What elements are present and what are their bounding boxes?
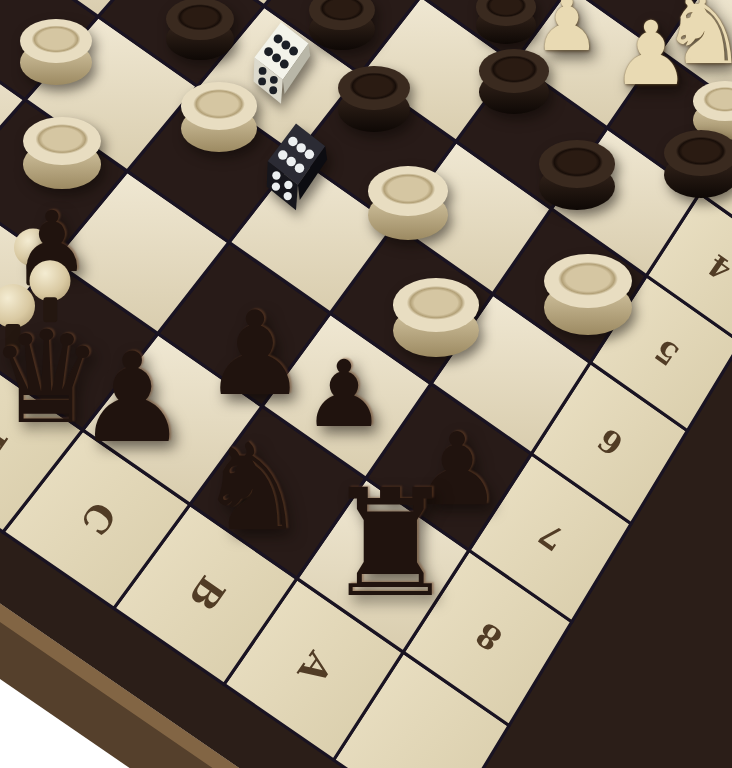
- board-photo-stage: ABCDEFGH12345678 ♜♟♞♟♟♟♛♟♟♟♞ Overhead pe…: [0, 0, 732, 768]
- chessboard: ABCDEFGH12345678: [0, 0, 732, 768]
